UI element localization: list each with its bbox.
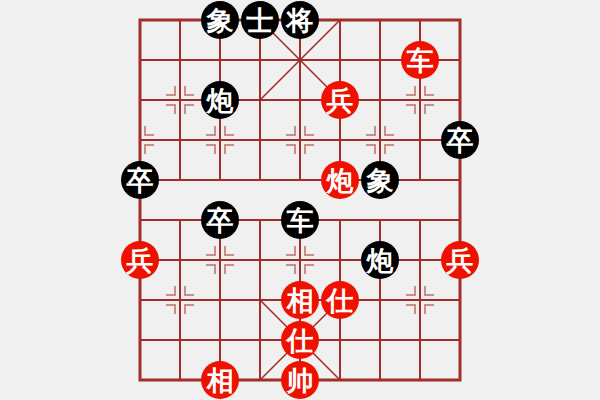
board-point-6-9[interactable]: [320, 320, 360, 360]
board-point-4-6[interactable]: [240, 200, 280, 240]
board-point-8-2[interactable]: 车: [400, 40, 440, 80]
board-point-7-8[interactable]: [360, 280, 400, 320]
piece-red-elephant[interactable]: 相: [201, 361, 239, 399]
board-point-9-5[interactable]: [440, 160, 480, 200]
board-point-7-3[interactable]: [360, 80, 400, 120]
piece-black-advisor[interactable]: 士: [241, 1, 279, 39]
piece-red-soldier[interactable]: 兵: [321, 81, 359, 119]
xiangqi-app: 象士将车炮兵卒卒炮象卒车兵炮兵相仕仕相帅: [0, 0, 600, 400]
board-point-3-1[interactable]: 象: [200, 0, 240, 40]
board-point-6-2[interactable]: [320, 40, 360, 80]
board-point-1-9[interactable]: [120, 320, 160, 360]
piece-black-general[interactable]: 将: [281, 1, 319, 39]
board-point-4-5[interactable]: [240, 160, 280, 200]
board-point-8-10[interactable]: [400, 360, 440, 400]
board-point-1-5[interactable]: 卒: [120, 160, 160, 200]
board-point-1-4[interactable]: [120, 120, 160, 160]
board-point-2-6[interactable]: [160, 200, 200, 240]
board-point-9-3[interactable]: [440, 80, 480, 120]
board-point-2-4[interactable]: [160, 120, 200, 160]
board-point-5-6[interactable]: 车: [280, 200, 320, 240]
piece-black-soldier[interactable]: 卒: [121, 161, 159, 199]
board-point-6-4[interactable]: [320, 120, 360, 160]
board-point-4-8[interactable]: [240, 280, 280, 320]
board-point-5-10[interactable]: 帅: [280, 360, 320, 400]
board-point-1-1[interactable]: [120, 0, 160, 40]
board-point-9-7[interactable]: 兵: [440, 240, 480, 280]
board-point-1-6[interactable]: [120, 200, 160, 240]
board-point-5-1[interactable]: 将: [280, 0, 320, 40]
board-point-4-10[interactable]: [240, 360, 280, 400]
board-point-7-5[interactable]: 象: [360, 160, 400, 200]
board-point-2-7[interactable]: [160, 240, 200, 280]
board-point-8-9[interactable]: [400, 320, 440, 360]
piece-red-soldier[interactable]: 兵: [441, 241, 479, 279]
board-point-2-3[interactable]: [160, 80, 200, 120]
board-point-7-2[interactable]: [360, 40, 400, 80]
board-point-5-2[interactable]: [280, 40, 320, 80]
board-point-2-1[interactable]: [160, 0, 200, 40]
board-point-2-5[interactable]: [160, 160, 200, 200]
board-point-5-7[interactable]: [280, 240, 320, 280]
board-point-3-2[interactable]: [200, 40, 240, 80]
board-point-2-8[interactable]: [160, 280, 200, 320]
board-point-6-8[interactable]: 仕: [320, 280, 360, 320]
board-point-3-4[interactable]: [200, 120, 240, 160]
xiangqi-board: 象士将车炮兵卒卒炮象卒车兵炮兵相仕仕相帅: [120, 0, 480, 400]
board-point-8-1[interactable]: [400, 0, 440, 40]
board-point-5-4[interactable]: [280, 120, 320, 160]
board-point-8-8[interactable]: [400, 280, 440, 320]
board-point-3-8[interactable]: [200, 280, 240, 320]
board-point-4-1[interactable]: 士: [240, 0, 280, 40]
board-point-2-2[interactable]: [160, 40, 200, 80]
board-point-7-9[interactable]: [360, 320, 400, 360]
board-point-1-2[interactable]: [120, 40, 160, 80]
board-point-9-8[interactable]: [440, 280, 480, 320]
piece-red-elephant[interactable]: 相: [281, 281, 319, 319]
board-point-4-3[interactable]: [240, 80, 280, 120]
board-point-6-1[interactable]: [320, 0, 360, 40]
board-point-1-3[interactable]: [120, 80, 160, 120]
board-point-9-6[interactable]: [440, 200, 480, 240]
piece-red-general[interactable]: 帅: [281, 361, 319, 399]
board-point-7-7[interactable]: 炮: [360, 240, 400, 280]
piece-black-cannon[interactable]: 炮: [361, 241, 399, 279]
board-point-7-6[interactable]: [360, 200, 400, 240]
board-point-3-3[interactable]: 炮: [200, 80, 240, 120]
piece-red-advisor[interactable]: 仕: [281, 321, 319, 359]
piece-red-cannon[interactable]: 炮: [321, 161, 359, 199]
board-point-4-9[interactable]: [240, 320, 280, 360]
board-point-8-4[interactable]: [400, 120, 440, 160]
board-point-5-9[interactable]: 仕: [280, 320, 320, 360]
board-point-2-9[interactable]: [160, 320, 200, 360]
board-point-9-1[interactable]: [440, 0, 480, 40]
piece-black-soldier[interactable]: 卒: [201, 201, 239, 239]
board-point-6-7[interactable]: [320, 240, 360, 280]
board-point-6-6[interactable]: [320, 200, 360, 240]
board-point-1-8[interactable]: [120, 280, 160, 320]
board-point-4-2[interactable]: [240, 40, 280, 80]
board-point-2-10[interactable]: [160, 360, 200, 400]
piece-black-elephant[interactable]: 象: [201, 1, 239, 39]
board-point-4-4[interactable]: [240, 120, 280, 160]
board-point-5-8[interactable]: 相: [280, 280, 320, 320]
board-point-8-3[interactable]: [400, 80, 440, 120]
board-point-6-10[interactable]: [320, 360, 360, 400]
piece-black-elephant[interactable]: 象: [361, 161, 399, 199]
board-point-4-7[interactable]: [240, 240, 280, 280]
board-point-9-2[interactable]: [440, 40, 480, 80]
board-point-7-4[interactable]: [360, 120, 400, 160]
board-point-5-3[interactable]: [280, 80, 320, 120]
board-point-3-10[interactable]: 相: [200, 360, 240, 400]
board-point-1-7[interactable]: 兵: [120, 240, 160, 280]
piece-black-soldier[interactable]: 卒: [441, 121, 479, 159]
board-point-8-7[interactable]: [400, 240, 440, 280]
board-point-3-5[interactable]: [200, 160, 240, 200]
board-point-9-4[interactable]: 卒: [440, 120, 480, 160]
board-point-6-5[interactable]: 炮: [320, 160, 360, 200]
piece-red-advisor[interactable]: 仕: [321, 281, 359, 319]
board-point-6-3[interactable]: 兵: [320, 80, 360, 120]
board-point-7-1[interactable]: [360, 0, 400, 40]
board-point-3-9[interactable]: [200, 320, 240, 360]
board-point-3-6[interactable]: 卒: [200, 200, 240, 240]
piece-black-chariot[interactable]: 车: [281, 201, 319, 239]
piece-black-cannon[interactable]: 炮: [201, 81, 239, 119]
board-point-5-5[interactable]: [280, 160, 320, 200]
board-point-7-10[interactable]: [360, 360, 400, 400]
piece-red-soldier[interactable]: 兵: [121, 241, 159, 279]
board-point-1-10[interactable]: [120, 360, 160, 400]
board-point-3-7[interactable]: [200, 240, 240, 280]
piece-red-chariot[interactable]: 车: [401, 41, 439, 79]
board-point-8-6[interactable]: [400, 200, 440, 240]
board-point-9-9[interactable]: [440, 320, 480, 360]
board-point-9-10[interactable]: [440, 360, 480, 400]
board-point-8-5[interactable]: [400, 160, 440, 200]
